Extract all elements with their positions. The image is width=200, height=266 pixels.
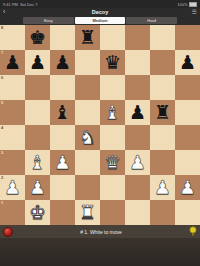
- square-h8[interactable]: [175, 25, 200, 50]
- square-g7[interactable]: [150, 50, 175, 75]
- piece-wK-b1[interactable]: ♚: [25, 200, 50, 225]
- battery-percent: 100%: [177, 2, 187, 7]
- square-a4[interactable]: 4: [0, 125, 25, 150]
- piece-bR-g5[interactable]: ♜: [150, 100, 175, 125]
- piece-bK-b8[interactable]: ♚: [25, 25, 50, 50]
- square-g4[interactable]: [150, 125, 175, 150]
- piece-wP-f3[interactable]: ♟: [125, 150, 150, 175]
- square-h2[interactable]: ♟: [175, 175, 200, 200]
- piece-wR-d1[interactable]: ♜: [75, 200, 100, 225]
- square-b1[interactable]: ♚: [25, 200, 50, 225]
- square-a1[interactable]: 1: [0, 200, 25, 225]
- hint-lightbulb-button[interactable]: [189, 226, 197, 237]
- square-e7[interactable]: ♛: [100, 50, 125, 75]
- rank-label-8: 8: [1, 26, 3, 30]
- square-d3[interactable]: [75, 150, 100, 175]
- square-f2[interactable]: [125, 175, 150, 200]
- square-e6[interactable]: [100, 75, 125, 100]
- square-h6[interactable]: [175, 75, 200, 100]
- square-f4[interactable]: [125, 125, 150, 150]
- square-b5[interactable]: [25, 100, 50, 125]
- piece-wP-b2[interactable]: ♟: [25, 175, 50, 200]
- square-c4[interactable]: [50, 125, 75, 150]
- square-f5[interactable]: ♟: [125, 100, 150, 125]
- square-a7[interactable]: 7♟: [0, 50, 25, 75]
- square-h7[interactable]: ♟: [175, 50, 200, 75]
- tab-hard[interactable]: Hard: [126, 17, 177, 24]
- piece-bP-b7[interactable]: ♟: [25, 50, 50, 75]
- square-e1[interactable]: [100, 200, 125, 225]
- square-g2[interactable]: ♟: [150, 175, 175, 200]
- rank-label-5: 5: [1, 101, 3, 105]
- status-time: 9:41 PM: [3, 2, 18, 7]
- square-b3[interactable]: ♝: [25, 150, 50, 175]
- nav-bar: ‹ Decoy ☰: [0, 8, 200, 16]
- page-title: Decoy: [0, 9, 200, 15]
- difficulty-segmented-control: Easy Medium Hard: [23, 17, 177, 24]
- square-g6[interactable]: [150, 75, 175, 100]
- square-a6[interactable]: 6: [0, 75, 25, 100]
- footer-empty-area: [0, 238, 200, 266]
- square-a3[interactable]: 3: [0, 150, 25, 175]
- chess-board: 8♚♜7♟♟♟♛♟65♝♝♟♜4♞3♝♟♛♟2♟♟♟♟1♚♜: [0, 25, 200, 225]
- square-h5[interactable]: [175, 100, 200, 125]
- piece-bB-c5[interactable]: ♝: [50, 100, 75, 125]
- rank-label-4: 4: [1, 126, 3, 130]
- square-c2[interactable]: [50, 175, 75, 200]
- tab-medium[interactable]: Medium: [75, 17, 126, 24]
- square-h1[interactable]: [175, 200, 200, 225]
- square-c3[interactable]: ♟: [50, 150, 75, 175]
- square-g8[interactable]: [150, 25, 175, 50]
- square-g3[interactable]: [150, 150, 175, 175]
- move-status-text: # 1. White to move: [15, 229, 187, 235]
- square-f7[interactable]: [125, 50, 150, 75]
- app-screen: 9:41 PM Sat Dec 7 100% ‹ Decoy ☰ Easy Me…: [0, 0, 200, 266]
- piece-bP-f5[interactable]: ♟: [125, 100, 150, 125]
- square-a2[interactable]: 2♟: [0, 175, 25, 200]
- square-e2[interactable]: [100, 175, 125, 200]
- square-b7[interactable]: ♟: [25, 50, 50, 75]
- square-e5[interactable]: ♝: [100, 100, 125, 125]
- piece-wB-e5[interactable]: ♝: [100, 100, 125, 125]
- square-f6[interactable]: [125, 75, 150, 100]
- piece-wP-g2[interactable]: ♟: [150, 175, 175, 200]
- square-g5[interactable]: ♜: [150, 100, 175, 125]
- square-f1[interactable]: [125, 200, 150, 225]
- square-c6[interactable]: [50, 75, 75, 100]
- piece-bR-d8[interactable]: ♜: [75, 25, 100, 50]
- lightbulb-icon: [189, 226, 197, 237]
- rank-label-6: 6: [1, 76, 3, 80]
- square-f8[interactable]: [125, 25, 150, 50]
- square-d6[interactable]: [75, 75, 100, 100]
- square-b2[interactable]: ♟: [25, 175, 50, 200]
- square-c8[interactable]: [50, 25, 75, 50]
- square-f3[interactable]: ♟: [125, 150, 150, 175]
- square-c5[interactable]: ♝: [50, 100, 75, 125]
- square-d4[interactable]: ♞: [75, 125, 100, 150]
- square-d2[interactable]: [75, 175, 100, 200]
- square-h3[interactable]: [175, 150, 200, 175]
- square-b6[interactable]: [25, 75, 50, 100]
- piece-wP-h2[interactable]: ♟: [175, 175, 200, 200]
- rank-label-3: 3: [1, 151, 3, 155]
- piece-wB-b3[interactable]: ♝: [25, 150, 50, 175]
- square-d7[interactable]: [75, 50, 100, 75]
- square-a8[interactable]: 8: [0, 25, 25, 50]
- square-e4[interactable]: [100, 125, 125, 150]
- rank-label-1: 1: [1, 201, 3, 205]
- piece-wP-c3[interactable]: ♟: [50, 150, 75, 175]
- piece-bQ-e7[interactable]: ♛: [100, 50, 125, 75]
- square-d8[interactable]: ♜: [75, 25, 100, 50]
- square-e3[interactable]: ♛: [100, 150, 125, 175]
- square-h4[interactable]: [175, 125, 200, 150]
- reset-button[interactable]: [3, 227, 13, 237]
- piece-wN-d4[interactable]: ♞: [75, 125, 100, 150]
- square-d5[interactable]: [75, 100, 100, 125]
- square-c1[interactable]: [50, 200, 75, 225]
- piece-bP-a7[interactable]: ♟: [0, 50, 25, 75]
- square-e8[interactable]: [100, 25, 125, 50]
- square-b8[interactable]: ♚: [25, 25, 50, 50]
- square-g1[interactable]: [150, 200, 175, 225]
- difficulty-row: Easy Medium Hard: [0, 16, 200, 25]
- tab-easy[interactable]: Easy: [23, 17, 74, 24]
- piece-bP-h7[interactable]: ♟: [175, 50, 200, 75]
- square-d1[interactable]: ♜: [75, 200, 100, 225]
- status-date: Sat Dec 7: [20, 2, 38, 7]
- battery-icon: [189, 2, 197, 7]
- footer-bar: # 1. White to move: [0, 225, 200, 238]
- square-c7[interactable]: ♟: [50, 50, 75, 75]
- piece-wQ-e3[interactable]: ♛: [100, 150, 125, 175]
- status-bar: 9:41 PM Sat Dec 7 100%: [0, 0, 200, 8]
- piece-bP-c7[interactable]: ♟: [50, 50, 75, 75]
- piece-wP-a2[interactable]: ♟: [0, 175, 25, 200]
- square-a5[interactable]: 5: [0, 100, 25, 125]
- square-b4[interactable]: [25, 125, 50, 150]
